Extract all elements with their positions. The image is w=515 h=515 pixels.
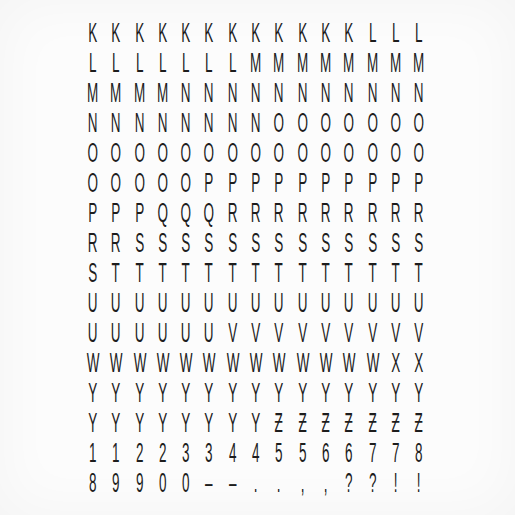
grid-cell: U <box>203 318 215 348</box>
grid-cell: S <box>180 228 192 258</box>
grid-cell: O <box>413 108 425 138</box>
grid-cell: T <box>413 258 425 288</box>
grid-cell: O <box>390 108 402 138</box>
grid-cell: N <box>250 108 262 138</box>
grid-cell: O <box>296 108 308 138</box>
grid-cell: S <box>203 228 215 258</box>
grid-cell: 9 <box>133 468 145 498</box>
grid-cell: W <box>227 348 239 378</box>
grid-cell: N <box>366 78 378 108</box>
grid-cell: U <box>157 318 169 348</box>
grid-cell: O <box>133 138 145 168</box>
grid-cell: P <box>133 198 145 228</box>
grid-cell: T <box>157 258 169 288</box>
grid-cell: ! <box>390 468 402 498</box>
grid-cell: 1 <box>87 438 99 468</box>
grid-cell: N <box>227 108 239 138</box>
grid-cell: T <box>320 258 332 288</box>
grid-cell: R <box>320 198 332 228</box>
grid-cell: N <box>227 78 239 108</box>
grid-cell: T <box>133 258 145 288</box>
grid-cell: U <box>180 288 192 318</box>
grid-cell: O <box>87 138 99 168</box>
grid-cell: U <box>157 288 169 318</box>
grid-cell: W <box>343 348 355 378</box>
grid-cell: V <box>320 318 332 348</box>
grid-cell: Y <box>366 378 378 408</box>
grid-cell: O <box>157 138 169 168</box>
grid-cell: Y <box>203 408 215 438</box>
grid-cell: P <box>87 198 99 228</box>
grid-cell: T <box>250 258 262 288</box>
grid-cell: U <box>366 288 378 318</box>
grid-cell: , <box>296 468 308 498</box>
grid-cell: U <box>110 318 122 348</box>
grid-cell: K <box>296 18 308 48</box>
grid-cell: P <box>227 168 239 198</box>
grid-cell: V <box>250 318 262 348</box>
grid-cell: Ƶ <box>273 408 285 438</box>
grid-cell: O <box>413 138 425 168</box>
grid-cell: Ƶ <box>296 408 308 438</box>
grid-cell: K <box>110 18 122 48</box>
grid-cell: R <box>273 198 285 228</box>
grid-cell: S <box>366 228 378 258</box>
grid-cell: Y <box>133 378 145 408</box>
grid-cell: S <box>87 258 99 288</box>
grid-cell: R <box>250 198 262 228</box>
grid-cell: Ƶ <box>320 408 332 438</box>
grid-cell: L <box>180 48 192 78</box>
grid-cell: Y <box>250 408 262 438</box>
grid-cell: L <box>133 48 145 78</box>
grid-cell: M <box>110 78 122 108</box>
grid-cell: Q <box>157 198 169 228</box>
grid-cell: K <box>250 18 262 48</box>
grid-cell: P <box>273 168 285 198</box>
grid-cell: Y <box>110 378 122 408</box>
grid-cell: 6 <box>343 438 355 468</box>
grid-cell: Y <box>133 408 145 438</box>
grid-cell: W <box>180 348 192 378</box>
grid-cell: O <box>180 138 192 168</box>
grid-cell: M <box>320 48 332 78</box>
grid-cell: 0 <box>157 468 169 498</box>
grid-cell: W <box>366 348 378 378</box>
grid-cell: ? <box>343 468 355 498</box>
grid-cell: V <box>343 318 355 348</box>
grid-cell: T <box>203 258 215 288</box>
grid-cell: O <box>157 168 169 198</box>
grid-cell: S <box>320 228 332 258</box>
grid-cell: Ƶ <box>390 408 402 438</box>
grid-cell: M <box>87 78 99 108</box>
sticker-grid: KKKKKKKKKKKKLLLLLLLLLLMMMMMMMMMMMMNNNNNN… <box>81 18 430 498</box>
grid-cell: S <box>227 228 239 258</box>
grid-cell: V <box>296 318 308 348</box>
grid-cell: O <box>87 168 99 198</box>
grid-cell: S <box>157 228 169 258</box>
grid-cell: U <box>227 288 239 318</box>
grid-cell: P <box>250 168 262 198</box>
grid-cell: O <box>390 138 402 168</box>
grid-cell: W <box>296 348 308 378</box>
grid-cell: R <box>87 228 99 258</box>
grid-cell: 5 <box>273 438 285 468</box>
grid-cell: K <box>203 18 215 48</box>
grid-cell: 8 <box>87 468 99 498</box>
grid-cell: Q <box>203 198 215 228</box>
grid-cell: ! <box>413 468 425 498</box>
grid-cell: U <box>250 288 262 318</box>
grid-cell: M <box>343 48 355 78</box>
grid-cell: W <box>110 348 122 378</box>
grid-cell: N <box>87 108 99 138</box>
grid-cell: N <box>413 78 425 108</box>
grid-cell: W <box>203 348 215 378</box>
grid-cell: V <box>227 318 239 348</box>
grid-cell: S <box>133 228 145 258</box>
grid-cell: O <box>133 168 145 198</box>
grid-cell: Y <box>180 408 192 438</box>
grid-cell: W <box>250 348 262 378</box>
grid-cell: T <box>110 258 122 288</box>
grid-cell: U <box>133 288 145 318</box>
grid-cell: T <box>343 258 355 288</box>
grid-cell: R <box>413 198 425 228</box>
grid-cell: M <box>366 48 378 78</box>
grid-cell: Y <box>227 378 239 408</box>
grid-cell: S <box>250 228 262 258</box>
grid-cell: M <box>273 48 285 78</box>
grid-cell: N <box>157 108 169 138</box>
grid-cell: 2 <box>133 438 145 468</box>
grid-cell: U <box>413 288 425 318</box>
grid-cell: O <box>366 138 378 168</box>
grid-cell: S <box>343 228 355 258</box>
grid-cell: O <box>180 168 192 198</box>
grid-cell: Y <box>296 378 308 408</box>
grid-cell: O <box>227 138 239 168</box>
grid-cell: Y <box>157 408 169 438</box>
grid-cell: R <box>227 198 239 228</box>
grid-cell: Y <box>157 378 169 408</box>
grid-cell: – <box>227 468 239 498</box>
grid-cell: N <box>273 78 285 108</box>
grid-cell: W <box>133 348 145 378</box>
grid-cell: 3 <box>180 438 192 468</box>
grid-cell: ? <box>366 468 378 498</box>
grid-cell: L <box>110 48 122 78</box>
grid-cell: N <box>203 78 215 108</box>
grid-cell: 9 <box>110 468 122 498</box>
grid-cell: 1 <box>110 438 122 468</box>
grid-cell: Y <box>227 408 239 438</box>
grid-cell: 2 <box>157 438 169 468</box>
grid-cell: M <box>296 48 308 78</box>
grid-cell: U <box>133 318 145 348</box>
grid-cell: K <box>273 18 285 48</box>
grid-cell: S <box>296 228 308 258</box>
grid-cell: N <box>133 108 145 138</box>
grid-cell: . <box>250 468 262 498</box>
grid-cell: M <box>157 78 169 108</box>
grid-cell: K <box>320 18 332 48</box>
grid-cell: N <box>390 78 402 108</box>
grid-cell: M <box>413 48 425 78</box>
grid-cell: U <box>320 288 332 318</box>
grid-cell: 4 <box>250 438 262 468</box>
grid-cell: P <box>413 168 425 198</box>
grid-cell: 0 <box>180 468 192 498</box>
grid-cell: U <box>203 288 215 318</box>
grid-cell: 7 <box>366 438 378 468</box>
grid-cell: U <box>87 288 99 318</box>
grid-cell: U <box>296 288 308 318</box>
grid-cell: P <box>203 168 215 198</box>
grid-cell: R <box>366 198 378 228</box>
grid-cell: V <box>366 318 378 348</box>
grid-cell: U <box>87 318 99 348</box>
grid-cell: Y <box>320 378 332 408</box>
grid-cell: T <box>273 258 285 288</box>
grid-cell: T <box>366 258 378 288</box>
grid-cell: V <box>273 318 285 348</box>
grid-cell: P <box>110 198 122 228</box>
grid-cell: Y <box>250 378 262 408</box>
grid-cell: 3 <box>203 438 215 468</box>
grid-cell: O <box>110 168 122 198</box>
grid-cell: S <box>413 228 425 258</box>
grid-cell: M <box>390 48 402 78</box>
grid-cell: O <box>110 138 122 168</box>
grid-cell: P <box>320 168 332 198</box>
grid-cell: K <box>180 18 192 48</box>
grid-cell: 5 <box>296 438 308 468</box>
grid-cell: W <box>320 348 332 378</box>
grid-cell: Y <box>180 378 192 408</box>
grid-cell: L <box>87 48 99 78</box>
grid-cell: O <box>296 138 308 168</box>
grid-cell: W <box>157 348 169 378</box>
grid-cell: Y <box>273 378 285 408</box>
grid-cell: R <box>296 198 308 228</box>
grid-cell: O <box>343 138 355 168</box>
grid-cell: L <box>413 18 425 48</box>
grid-cell: T <box>180 258 192 288</box>
grid-cell: – <box>203 468 215 498</box>
grid-cell: Y <box>110 408 122 438</box>
grid-cell: L <box>203 48 215 78</box>
grid-cell: Y <box>87 378 99 408</box>
grid-cell: 4 <box>227 438 239 468</box>
grid-cell: V <box>390 318 402 348</box>
grid-cell: L <box>366 18 378 48</box>
grid-cell: M <box>133 78 145 108</box>
grid-cell: Ƶ <box>343 408 355 438</box>
grid-cell: O <box>343 108 355 138</box>
grid-cell: O <box>273 108 285 138</box>
grid-cell: O <box>203 138 215 168</box>
grid-cell: X <box>390 348 402 378</box>
grid-cell: V <box>413 318 425 348</box>
grid-cell: R <box>390 198 402 228</box>
sticker-sheet: KKKKKKKKKKKKLLLLLLLLLLMMMMMMMMMMMMNNNNNN… <box>0 0 515 515</box>
grid-cell: K <box>227 18 239 48</box>
grid-cell: 7 <box>390 438 402 468</box>
grid-cell: U <box>180 318 192 348</box>
grid-cell: P <box>366 168 378 198</box>
grid-cell: O <box>320 138 332 168</box>
grid-cell: , <box>320 468 332 498</box>
grid-cell: S <box>273 228 285 258</box>
grid-cell: W <box>87 348 99 378</box>
grid-cell: K <box>87 18 99 48</box>
grid-cell: . <box>273 468 285 498</box>
grid-cell: L <box>390 18 402 48</box>
grid-cell: K <box>157 18 169 48</box>
grid-cell: L <box>227 48 239 78</box>
grid-cell: O <box>366 108 378 138</box>
grid-cell: Y <box>87 408 99 438</box>
grid-cell: T <box>227 258 239 288</box>
grid-cell: W <box>273 348 285 378</box>
grid-cell: N <box>296 78 308 108</box>
grid-cell: U <box>273 288 285 318</box>
grid-cell: N <box>180 108 192 138</box>
grid-cell: Ƶ <box>366 408 378 438</box>
grid-cell: 8 <box>413 438 425 468</box>
grid-cell: T <box>296 258 308 288</box>
grid-cell: K <box>133 18 145 48</box>
grid-cell: N <box>180 78 192 108</box>
grid-cell: O <box>320 108 332 138</box>
grid-cell: Y <box>203 378 215 408</box>
grid-cell: N <box>203 108 215 138</box>
grid-cell: T <box>390 258 402 288</box>
grid-cell: Y <box>390 378 402 408</box>
grid-cell: 6 <box>320 438 332 468</box>
grid-cell: N <box>343 78 355 108</box>
grid-cell: S <box>390 228 402 258</box>
grid-cell: P <box>390 168 402 198</box>
grid-cell: K <box>343 18 355 48</box>
grid-cell: X <box>413 348 425 378</box>
grid-cell: P <box>343 168 355 198</box>
grid-cell: U <box>390 288 402 318</box>
grid-cell: N <box>320 78 332 108</box>
grid-cell: L <box>157 48 169 78</box>
grid-cell: P <box>296 168 308 198</box>
grid-cell: Y <box>413 378 425 408</box>
grid-cell: U <box>110 288 122 318</box>
grid-cell: R <box>110 228 122 258</box>
grid-cell: Y <box>343 378 355 408</box>
grid-cell: N <box>110 108 122 138</box>
grid-cell: M <box>250 48 262 78</box>
grid-cell: R <box>343 198 355 228</box>
grid-cell: Q <box>180 198 192 228</box>
grid-cell: N <box>250 78 262 108</box>
grid-cell: O <box>273 138 285 168</box>
grid-cell: Ƶ <box>413 408 425 438</box>
grid-cell: U <box>343 288 355 318</box>
grid-cell: O <box>250 138 262 168</box>
